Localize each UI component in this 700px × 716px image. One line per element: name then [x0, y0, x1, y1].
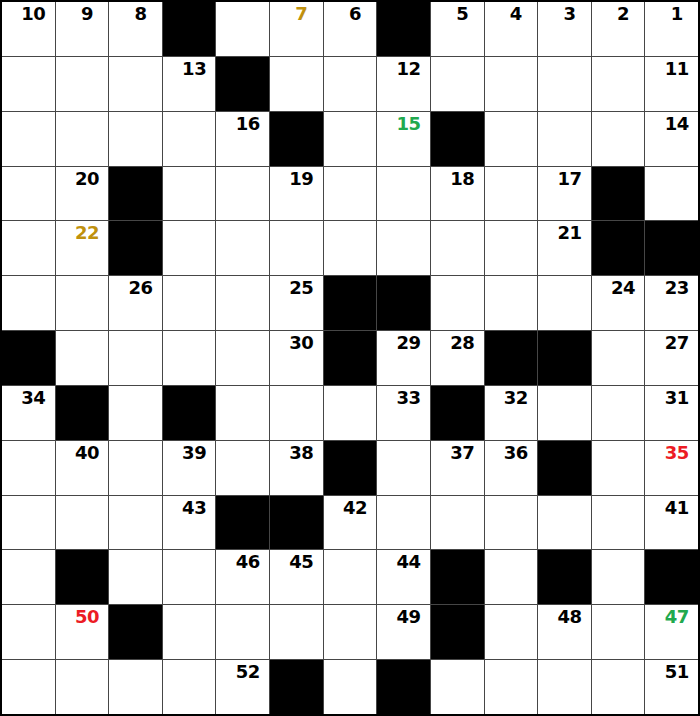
block-cell-r12c9	[431, 605, 484, 659]
block-cell-r6c7	[324, 276, 377, 330]
clue-number-23: 23	[665, 276, 689, 297]
block-cell-r8c4	[163, 386, 216, 440]
block-cell-r7c7	[324, 331, 377, 385]
cell-r13c4[interactable]	[163, 660, 216, 714]
cell-r8c8[interactable]: 33	[377, 386, 430, 440]
clue-number-37: 37	[450, 441, 474, 462]
block-cell-r11c13	[645, 550, 698, 604]
clue-number-24: 24	[611, 276, 635, 297]
cell-r1c11[interactable]: 3	[538, 2, 591, 56]
cell-r2c8[interactable]: 12	[377, 57, 430, 111]
cell-r3c2[interactable]	[56, 112, 109, 166]
clue-number-48: 48	[557, 605, 581, 626]
cell-r4c7[interactable]	[324, 167, 377, 221]
clue-number-8: 8	[135, 2, 147, 23]
cell-r8c12[interactable]	[592, 386, 645, 440]
cell-r12c13[interactable]: 47	[645, 605, 698, 659]
cell-r7c2[interactable]	[56, 331, 109, 385]
block-cell-r13c6	[270, 660, 323, 714]
cell-r6c3[interactable]: 26	[109, 276, 162, 330]
cell-r13c7[interactable]	[324, 660, 377, 714]
cell-r3c11[interactable]	[538, 112, 591, 166]
cell-r5c11[interactable]: 21	[538, 221, 591, 275]
clue-number-31: 31	[665, 386, 689, 407]
cell-r3c5[interactable]: 16	[216, 112, 269, 166]
cell-r1c6[interactable]: 7	[270, 2, 323, 56]
cell-r11c4[interactable]	[163, 550, 216, 604]
cell-r1c9[interactable]: 5	[431, 2, 484, 56]
cell-r5c2[interactable]: 22	[56, 221, 109, 275]
cell-r8c7[interactable]	[324, 386, 377, 440]
clue-number-39: 39	[182, 441, 206, 462]
cell-r10c7[interactable]: 42	[324, 496, 377, 550]
cell-r7c6[interactable]: 30	[270, 331, 323, 385]
clue-number-30: 30	[289, 331, 313, 352]
block-cell-r13c8	[377, 660, 430, 714]
cell-r3c1[interactable]	[2, 112, 55, 166]
cell-r4c8[interactable]	[377, 167, 430, 221]
block-cell-r5c3	[109, 221, 162, 275]
cell-r6c10[interactable]	[485, 276, 538, 330]
cell-r1c7[interactable]: 6	[324, 2, 377, 56]
cell-r12c4[interactable]	[163, 605, 216, 659]
cell-r6c6[interactable]: 25	[270, 276, 323, 330]
cell-r8c11[interactable]	[538, 386, 591, 440]
cell-r12c2[interactable]: 50	[56, 605, 109, 659]
clue-number-29: 29	[397, 331, 421, 352]
cell-r10c13[interactable]: 41	[645, 496, 698, 550]
block-cell-r12c3	[109, 605, 162, 659]
cell-r11c6[interactable]: 45	[270, 550, 323, 604]
cell-r13c1[interactable]	[2, 660, 55, 714]
cell-r3c4[interactable]	[163, 112, 216, 166]
clue-number-36: 36	[504, 441, 528, 462]
cell-r1c2[interactable]: 9	[56, 2, 109, 56]
cell-r4c2[interactable]: 20	[56, 167, 109, 221]
block-cell-r2c5	[216, 57, 269, 111]
cell-r9c10[interactable]: 36	[485, 441, 538, 495]
cell-r8c1[interactable]: 34	[2, 386, 55, 440]
clue-number-27: 27	[665, 331, 689, 352]
clue-number-15: 15	[397, 112, 421, 133]
cell-r11c8[interactable]: 44	[377, 550, 430, 604]
cell-r3c12[interactable]	[592, 112, 645, 166]
cell-r2c12[interactable]	[592, 57, 645, 111]
cell-r10c2[interactable]	[56, 496, 109, 550]
cell-r2c10[interactable]	[485, 57, 538, 111]
cell-r5c6[interactable]	[270, 221, 323, 275]
clue-number-52: 52	[236, 660, 260, 681]
cell-r8c5[interactable]	[216, 386, 269, 440]
clue-number-51: 51	[665, 660, 689, 681]
cell-r4c6[interactable]: 19	[270, 167, 323, 221]
block-cell-r10c5	[216, 496, 269, 550]
cell-r8c13[interactable]: 31	[645, 386, 698, 440]
clue-number-33: 33	[397, 386, 421, 407]
block-cell-r8c2	[56, 386, 109, 440]
cell-r9c8[interactable]	[377, 441, 430, 495]
cell-r4c1[interactable]	[2, 167, 55, 221]
cell-r8c10[interactable]: 32	[485, 386, 538, 440]
cell-r1c1[interactable]: 10	[2, 2, 55, 56]
clue-number-13: 13	[182, 57, 206, 78]
cell-r12c12[interactable]	[592, 605, 645, 659]
cell-r11c1[interactable]	[2, 550, 55, 604]
cell-r13c12[interactable]	[592, 660, 645, 714]
cell-r9c13[interactable]: 35	[645, 441, 698, 495]
block-cell-r4c12	[592, 167, 645, 221]
cell-r4c5[interactable]	[216, 167, 269, 221]
clue-number-26: 26	[129, 276, 153, 297]
cell-r6c4[interactable]	[163, 276, 216, 330]
cell-r4c11[interactable]: 17	[538, 167, 591, 221]
clue-number-6: 6	[349, 2, 361, 23]
cell-r11c3[interactable]	[109, 550, 162, 604]
clue-number-43: 43	[182, 496, 206, 517]
cell-r2c4[interactable]: 13	[163, 57, 216, 111]
cell-r5c5[interactable]	[216, 221, 269, 275]
cell-r1c10[interactable]: 4	[485, 2, 538, 56]
cell-r13c2[interactable]	[56, 660, 109, 714]
cell-r8c3[interactable]	[109, 386, 162, 440]
cell-r10c4[interactable]: 43	[163, 496, 216, 550]
clue-number-28: 28	[450, 331, 474, 352]
cell-r6c1[interactable]	[2, 276, 55, 330]
cell-r5c7[interactable]	[324, 221, 377, 275]
cell-r5c10[interactable]	[485, 221, 538, 275]
clue-number-16: 16	[236, 112, 260, 133]
cell-r2c6[interactable]	[270, 57, 323, 111]
block-cell-r11c9	[431, 550, 484, 604]
cell-r9c9[interactable]: 37	[431, 441, 484, 495]
cell-r13c13[interactable]: 51	[645, 660, 698, 714]
cell-r9c2[interactable]: 40	[56, 441, 109, 495]
block-cell-r9c11	[538, 441, 591, 495]
clue-number-35: 35	[665, 441, 689, 462]
clue-number-22: 22	[75, 221, 99, 242]
cell-r2c11[interactable]	[538, 57, 591, 111]
cell-r1c3[interactable]: 8	[109, 2, 162, 56]
cell-r6c2[interactable]	[56, 276, 109, 330]
cell-r3c8[interactable]: 15	[377, 112, 430, 166]
cell-r12c10[interactable]	[485, 605, 538, 659]
cell-r2c3[interactable]	[109, 57, 162, 111]
block-cell-r5c12	[592, 221, 645, 275]
cell-r2c9[interactable]	[431, 57, 484, 111]
block-cell-r4c3	[109, 167, 162, 221]
cell-r9c1[interactable]	[2, 441, 55, 495]
cell-r4c13[interactable]	[645, 167, 698, 221]
block-cell-r8c9	[431, 386, 484, 440]
block-cell-r6c8	[377, 276, 430, 330]
cell-r6c11[interactable]	[538, 276, 591, 330]
cell-r1c13[interactable]: 1	[645, 2, 698, 56]
clue-number-9: 9	[81, 2, 93, 23]
cell-r11c7[interactable]	[324, 550, 377, 604]
clue-number-20: 20	[75, 167, 99, 188]
clue-number-7: 7	[295, 2, 307, 23]
clue-number-41: 41	[665, 496, 689, 517]
clue-number-3: 3	[563, 2, 575, 23]
cell-r12c5[interactable]	[216, 605, 269, 659]
block-cell-r1c4	[163, 2, 216, 56]
cell-r5c1[interactable]	[2, 221, 55, 275]
clue-number-4: 4	[510, 2, 522, 23]
cell-r1c5[interactable]	[216, 2, 269, 56]
clue-number-25: 25	[289, 276, 313, 297]
cell-r6c9[interactable]	[431, 276, 484, 330]
cell-r2c13[interactable]: 11	[645, 57, 698, 111]
clue-number-45: 45	[289, 550, 313, 571]
cell-r10c9[interactable]	[431, 496, 484, 550]
cell-r10c1[interactable]	[2, 496, 55, 550]
cell-r11c10[interactable]	[485, 550, 538, 604]
cell-r5c4[interactable]	[163, 221, 216, 275]
clue-number-40: 40	[75, 441, 99, 462]
cell-r4c9[interactable]: 18	[431, 167, 484, 221]
cell-r7c9[interactable]: 28	[431, 331, 484, 385]
clue-number-11: 11	[665, 57, 689, 78]
cell-r9c4[interactable]: 39	[163, 441, 216, 495]
cell-r2c7[interactable]	[324, 57, 377, 111]
clue-number-18: 18	[450, 167, 474, 188]
cell-r10c10[interactable]	[485, 496, 538, 550]
block-cell-r3c9	[431, 112, 484, 166]
clue-number-49: 49	[397, 605, 421, 626]
block-cell-r1c8	[377, 2, 430, 56]
cell-r7c8[interactable]: 29	[377, 331, 430, 385]
cell-r2c2[interactable]	[56, 57, 109, 111]
cell-r2c1[interactable]	[2, 57, 55, 111]
block-cell-r9c7	[324, 441, 377, 495]
block-cell-r7c11	[538, 331, 591, 385]
clue-number-2: 2	[617, 2, 629, 23]
cell-r9c6[interactable]: 38	[270, 441, 323, 495]
cell-r9c3[interactable]	[109, 441, 162, 495]
cell-r13c11[interactable]	[538, 660, 591, 714]
clue-number-50: 50	[75, 605, 99, 626]
cell-r7c13[interactable]: 27	[645, 331, 698, 385]
clue-number-44: 44	[397, 550, 421, 571]
clue-number-32: 32	[504, 386, 528, 407]
cell-r13c10[interactable]	[485, 660, 538, 714]
block-cell-r10c6	[270, 496, 323, 550]
cell-r11c5[interactable]: 46	[216, 550, 269, 604]
clue-number-14: 14	[665, 112, 689, 133]
cell-r3c10[interactable]	[485, 112, 538, 166]
cell-r3c13[interactable]: 14	[645, 112, 698, 166]
cell-r12c7[interactable]	[324, 605, 377, 659]
clue-number-38: 38	[289, 441, 313, 462]
cell-r10c12[interactable]	[592, 496, 645, 550]
clue-number-12: 12	[397, 57, 421, 78]
clue-number-46: 46	[236, 550, 260, 571]
cell-r9c5[interactable]	[216, 441, 269, 495]
cell-r4c10[interactable]	[485, 167, 538, 221]
cell-r13c3[interactable]	[109, 660, 162, 714]
cell-r12c1[interactable]	[2, 605, 55, 659]
cell-r7c3[interactable]	[109, 331, 162, 385]
clue-number-17: 17	[557, 167, 581, 188]
cell-r12c11[interactable]: 48	[538, 605, 591, 659]
crossword-grid: 1098765432113121116151420191817222126252…	[0, 0, 700, 716]
cell-r10c3[interactable]	[109, 496, 162, 550]
clue-number-21: 21	[557, 221, 581, 242]
cell-r6c12[interactable]: 24	[592, 276, 645, 330]
cell-r4c4[interactable]	[163, 167, 216, 221]
block-cell-r7c1	[2, 331, 55, 385]
cell-r1c12[interactable]: 2	[592, 2, 645, 56]
cell-r7c12[interactable]	[592, 331, 645, 385]
block-cell-r11c11	[538, 550, 591, 604]
clue-number-10: 10	[21, 2, 45, 23]
cell-r11c12[interactable]	[592, 550, 645, 604]
cell-r6c5[interactable]	[216, 276, 269, 330]
block-cell-r3c6	[270, 112, 323, 166]
clue-number-19: 19	[289, 167, 313, 188]
clue-number-1: 1	[671, 2, 683, 23]
cell-r8c6[interactable]	[270, 386, 323, 440]
block-cell-r7c10	[485, 331, 538, 385]
cell-r3c7[interactable]	[324, 112, 377, 166]
block-cell-r11c2	[56, 550, 109, 604]
cell-r3c3[interactable]	[109, 112, 162, 166]
cell-r12c8[interactable]: 49	[377, 605, 430, 659]
clue-number-34: 34	[21, 386, 45, 407]
cell-r13c5[interactable]: 52	[216, 660, 269, 714]
cell-r5c8[interactable]	[377, 221, 430, 275]
cell-r7c4[interactable]	[163, 331, 216, 385]
cell-r7c5[interactable]	[216, 331, 269, 385]
cell-r6c13[interactable]: 23	[645, 276, 698, 330]
block-cell-r5c13	[645, 221, 698, 275]
cell-r13c9[interactable]	[431, 660, 484, 714]
cell-r5c9[interactable]	[431, 221, 484, 275]
cell-r10c11[interactable]	[538, 496, 591, 550]
cell-r9c12[interactable]	[592, 441, 645, 495]
cell-r10c8[interactable]	[377, 496, 430, 550]
clue-number-42: 42	[343, 496, 367, 517]
cell-r12c6[interactable]	[270, 605, 323, 659]
clue-number-5: 5	[456, 2, 468, 23]
clue-number-47: 47	[665, 605, 689, 626]
